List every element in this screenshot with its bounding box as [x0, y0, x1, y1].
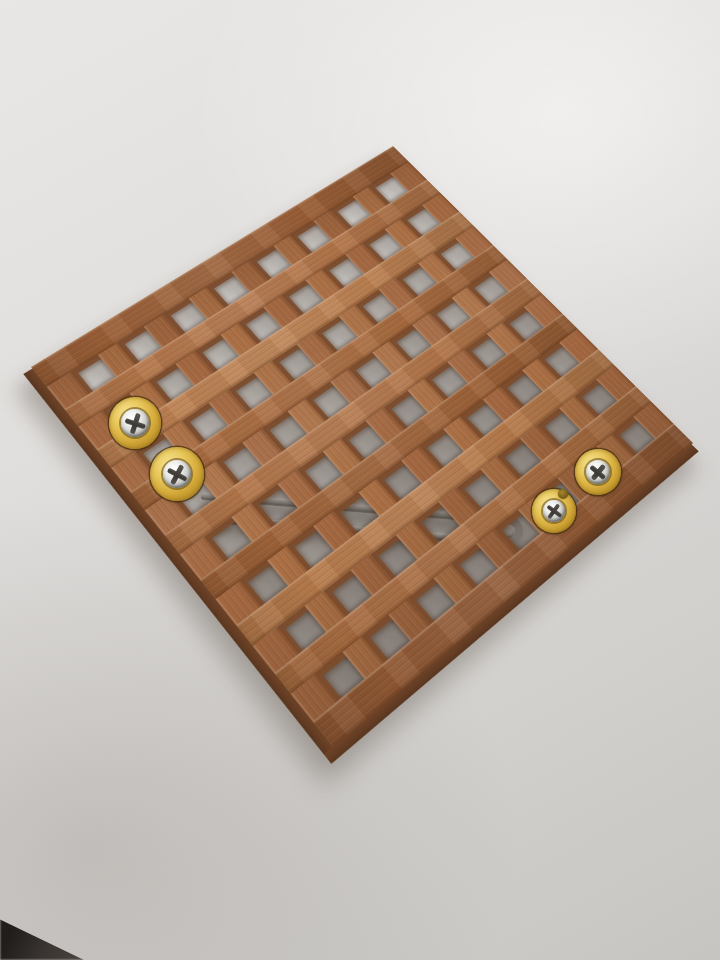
- phillips-cross-icon: [102, 390, 168, 456]
- phillips-cross-icon: [140, 437, 213, 510]
- photo-stage: { "scene": { "description": "Overhead ph…: [0, 0, 720, 960]
- brass-screw-right-inner: [532, 489, 576, 533]
- brass-screw-left-lower: [150, 447, 204, 501]
- brass-screw-right-outer: [575, 449, 621, 495]
- brass-screw-left-upper: [109, 397, 161, 449]
- phillips-cross-icon: [523, 480, 584, 541]
- brass-pin: [558, 489, 568, 499]
